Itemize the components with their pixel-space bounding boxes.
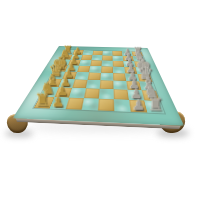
board-square	[101, 55, 112, 60]
board-square	[68, 87, 85, 97]
board-square: ♝	[56, 59, 69, 65]
board-square: ♞	[140, 89, 158, 100]
board-square	[87, 72, 100, 80]
board-square	[88, 65, 101, 72]
board-square: ♛	[136, 73, 151, 81]
board-square	[85, 79, 100, 88]
board-square	[113, 98, 130, 110]
board-square: ♜	[143, 99, 163, 112]
board-square	[98, 88, 113, 98]
board-square	[99, 72, 112, 80]
board-square	[112, 72, 125, 80]
board-square	[83, 87, 99, 97]
board-square	[89, 60, 101, 66]
board-square	[112, 88, 127, 98]
board-square: ♟	[64, 65, 78, 72]
board-square: ♟	[67, 59, 80, 65]
board-square: ♝	[138, 81, 154, 90]
board-square: ♟	[124, 73, 138, 81]
board-square: ♝	[133, 61, 146, 67]
board-square	[100, 66, 112, 73]
board-square	[64, 97, 82, 109]
board-square	[112, 66, 124, 73]
board-square: ♝	[44, 78, 61, 87]
board-square: ♟	[61, 71, 76, 79]
board-square	[91, 55, 102, 60]
board-square	[112, 55, 123, 60]
board-grid: ♜♟♟♜♞♟♟♞♝♟♟♝♚♟♟♚♛♟♟♛♝♟♟♝♞♟♟♞♜♟♟♜	[33, 49, 163, 112]
chess-board: ♜♟♟♜♞♟♟♞♝♟♟♝♚♟♟♚♛♟♟♛♝♟♟♝♞♟♟♞♜♟♟♜	[12, 46, 183, 125]
board-square	[112, 80, 126, 89]
board-square	[112, 60, 123, 66]
board-square: ♟	[128, 99, 146, 111]
board-square: ♟	[126, 89, 143, 100]
board-square: ♚	[135, 67, 149, 74]
board-square	[101, 60, 112, 66]
chess-set-product-photo: ♜♟♟♜♞♟♟♞♝♟♟♝♚♟♟♚♛♟♟♛♝♟♟♝♞♟♟♞♜♟♟♜	[0, 0, 200, 200]
board-square	[99, 79, 113, 88]
board-square	[76, 65, 89, 72]
board-square: ♛	[49, 71, 65, 79]
board-square: ♟	[123, 66, 136, 73]
board-square	[78, 59, 90, 65]
board-square	[80, 97, 97, 109]
board-square	[71, 79, 86, 88]
board-square	[97, 98, 113, 110]
